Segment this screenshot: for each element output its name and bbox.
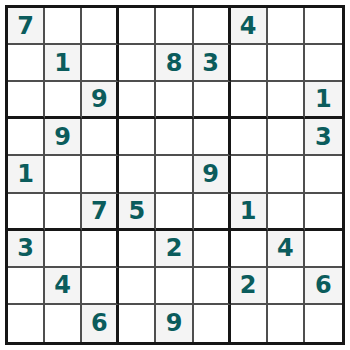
cell-r1c9[interactable]: [305, 8, 342, 45]
cell-r9c2[interactable]: [45, 305, 82, 342]
cell-r1c2[interactable]: [45, 8, 82, 45]
cell-r1c8[interactable]: [268, 8, 305, 45]
cell-r4c1[interactable]: [8, 119, 45, 156]
cell-r7c6[interactable]: [194, 231, 231, 268]
cell-r2c4[interactable]: [119, 45, 156, 82]
cell-r3c8[interactable]: [268, 82, 305, 119]
cell-r4c3[interactable]: [82, 119, 119, 156]
cell-r6c3[interactable]: 7: [82, 194, 119, 231]
cell-r3c7[interactable]: [231, 82, 268, 119]
cell-r3c3[interactable]: 9: [82, 82, 119, 119]
cell-r7c3[interactable]: [82, 231, 119, 268]
cell-r6c6[interactable]: [194, 194, 231, 231]
cell-r5c1[interactable]: 1: [8, 156, 45, 193]
cell-r7c2[interactable]: [45, 231, 82, 268]
cell-r5c4[interactable]: [119, 156, 156, 193]
cell-r9c1[interactable]: [8, 305, 45, 342]
cell-r1c1[interactable]: 7: [8, 8, 45, 45]
cell-r4c6[interactable]: [194, 119, 231, 156]
cell-r9c6[interactable]: [194, 305, 231, 342]
cell-r2c1[interactable]: [8, 45, 45, 82]
cell-r4c8[interactable]: [268, 119, 305, 156]
cell-r2c9[interactable]: [305, 45, 342, 82]
cell-r3c2[interactable]: [45, 82, 82, 119]
cell-r7c1[interactable]: 3: [8, 231, 45, 268]
cell-r5c3[interactable]: [82, 156, 119, 193]
cell-r6c1[interactable]: [8, 194, 45, 231]
cell-r8c9[interactable]: 6: [305, 268, 342, 305]
cell-r6c5[interactable]: [156, 194, 193, 231]
sudoku-page: 7418391931975132442669: [0, 0, 350, 350]
cell-r7c7[interactable]: [231, 231, 268, 268]
cell-r6c2[interactable]: [45, 194, 82, 231]
cell-r6c7[interactable]: 1: [231, 194, 268, 231]
cell-r8c4[interactable]: [119, 268, 156, 305]
cell-r9c9[interactable]: [305, 305, 342, 342]
cell-r8c6[interactable]: [194, 268, 231, 305]
cell-r9c7[interactable]: [231, 305, 268, 342]
cell-r5c2[interactable]: [45, 156, 82, 193]
cell-r8c2[interactable]: 4: [45, 268, 82, 305]
cell-r2c8[interactable]: [268, 45, 305, 82]
cell-r8c7[interactable]: 2: [231, 268, 268, 305]
cell-r5c5[interactable]: [156, 156, 193, 193]
cell-r4c9[interactable]: 3: [305, 119, 342, 156]
cell-r2c2[interactable]: 1: [45, 45, 82, 82]
cell-r7c4[interactable]: [119, 231, 156, 268]
cell-r4c4[interactable]: [119, 119, 156, 156]
cell-r5c8[interactable]: [268, 156, 305, 193]
cell-r2c3[interactable]: [82, 45, 119, 82]
cell-r3c9[interactable]: 1: [305, 82, 342, 119]
cell-r3c5[interactable]: [156, 82, 193, 119]
cell-r7c5[interactable]: 2: [156, 231, 193, 268]
cell-r8c5[interactable]: [156, 268, 193, 305]
cell-r2c6[interactable]: 3: [194, 45, 231, 82]
cell-r8c3[interactable]: [82, 268, 119, 305]
cell-r5c7[interactable]: [231, 156, 268, 193]
cell-r1c6[interactable]: [194, 8, 231, 45]
sudoku-board: 7418391931975132442669: [5, 5, 345, 345]
cell-r5c6[interactable]: 9: [194, 156, 231, 193]
cell-r2c5[interactable]: 8: [156, 45, 193, 82]
cell-r4c5[interactable]: [156, 119, 193, 156]
cell-r6c4[interactable]: 5: [119, 194, 156, 231]
cell-r4c7[interactable]: [231, 119, 268, 156]
cell-r3c1[interactable]: [8, 82, 45, 119]
cell-r4c2[interactable]: 9: [45, 119, 82, 156]
cell-r5c9[interactable]: [305, 156, 342, 193]
cell-r1c3[interactable]: [82, 8, 119, 45]
cell-r9c5[interactable]: 9: [156, 305, 193, 342]
cell-r7c9[interactable]: [305, 231, 342, 268]
cell-r7c8[interactable]: 4: [268, 231, 305, 268]
cell-r6c9[interactable]: [305, 194, 342, 231]
cell-r1c5[interactable]: [156, 8, 193, 45]
cell-r1c4[interactable]: [119, 8, 156, 45]
cell-r9c8[interactable]: [268, 305, 305, 342]
cell-r1c7[interactable]: 4: [231, 8, 268, 45]
cell-r3c4[interactable]: [119, 82, 156, 119]
cell-r8c8[interactable]: [268, 268, 305, 305]
cell-r3c6[interactable]: [194, 82, 231, 119]
cell-r9c4[interactable]: [119, 305, 156, 342]
cell-r2c7[interactable]: [231, 45, 268, 82]
cell-r6c8[interactable]: [268, 194, 305, 231]
cell-r9c3[interactable]: 6: [82, 305, 119, 342]
cell-r8c1[interactable]: [8, 268, 45, 305]
